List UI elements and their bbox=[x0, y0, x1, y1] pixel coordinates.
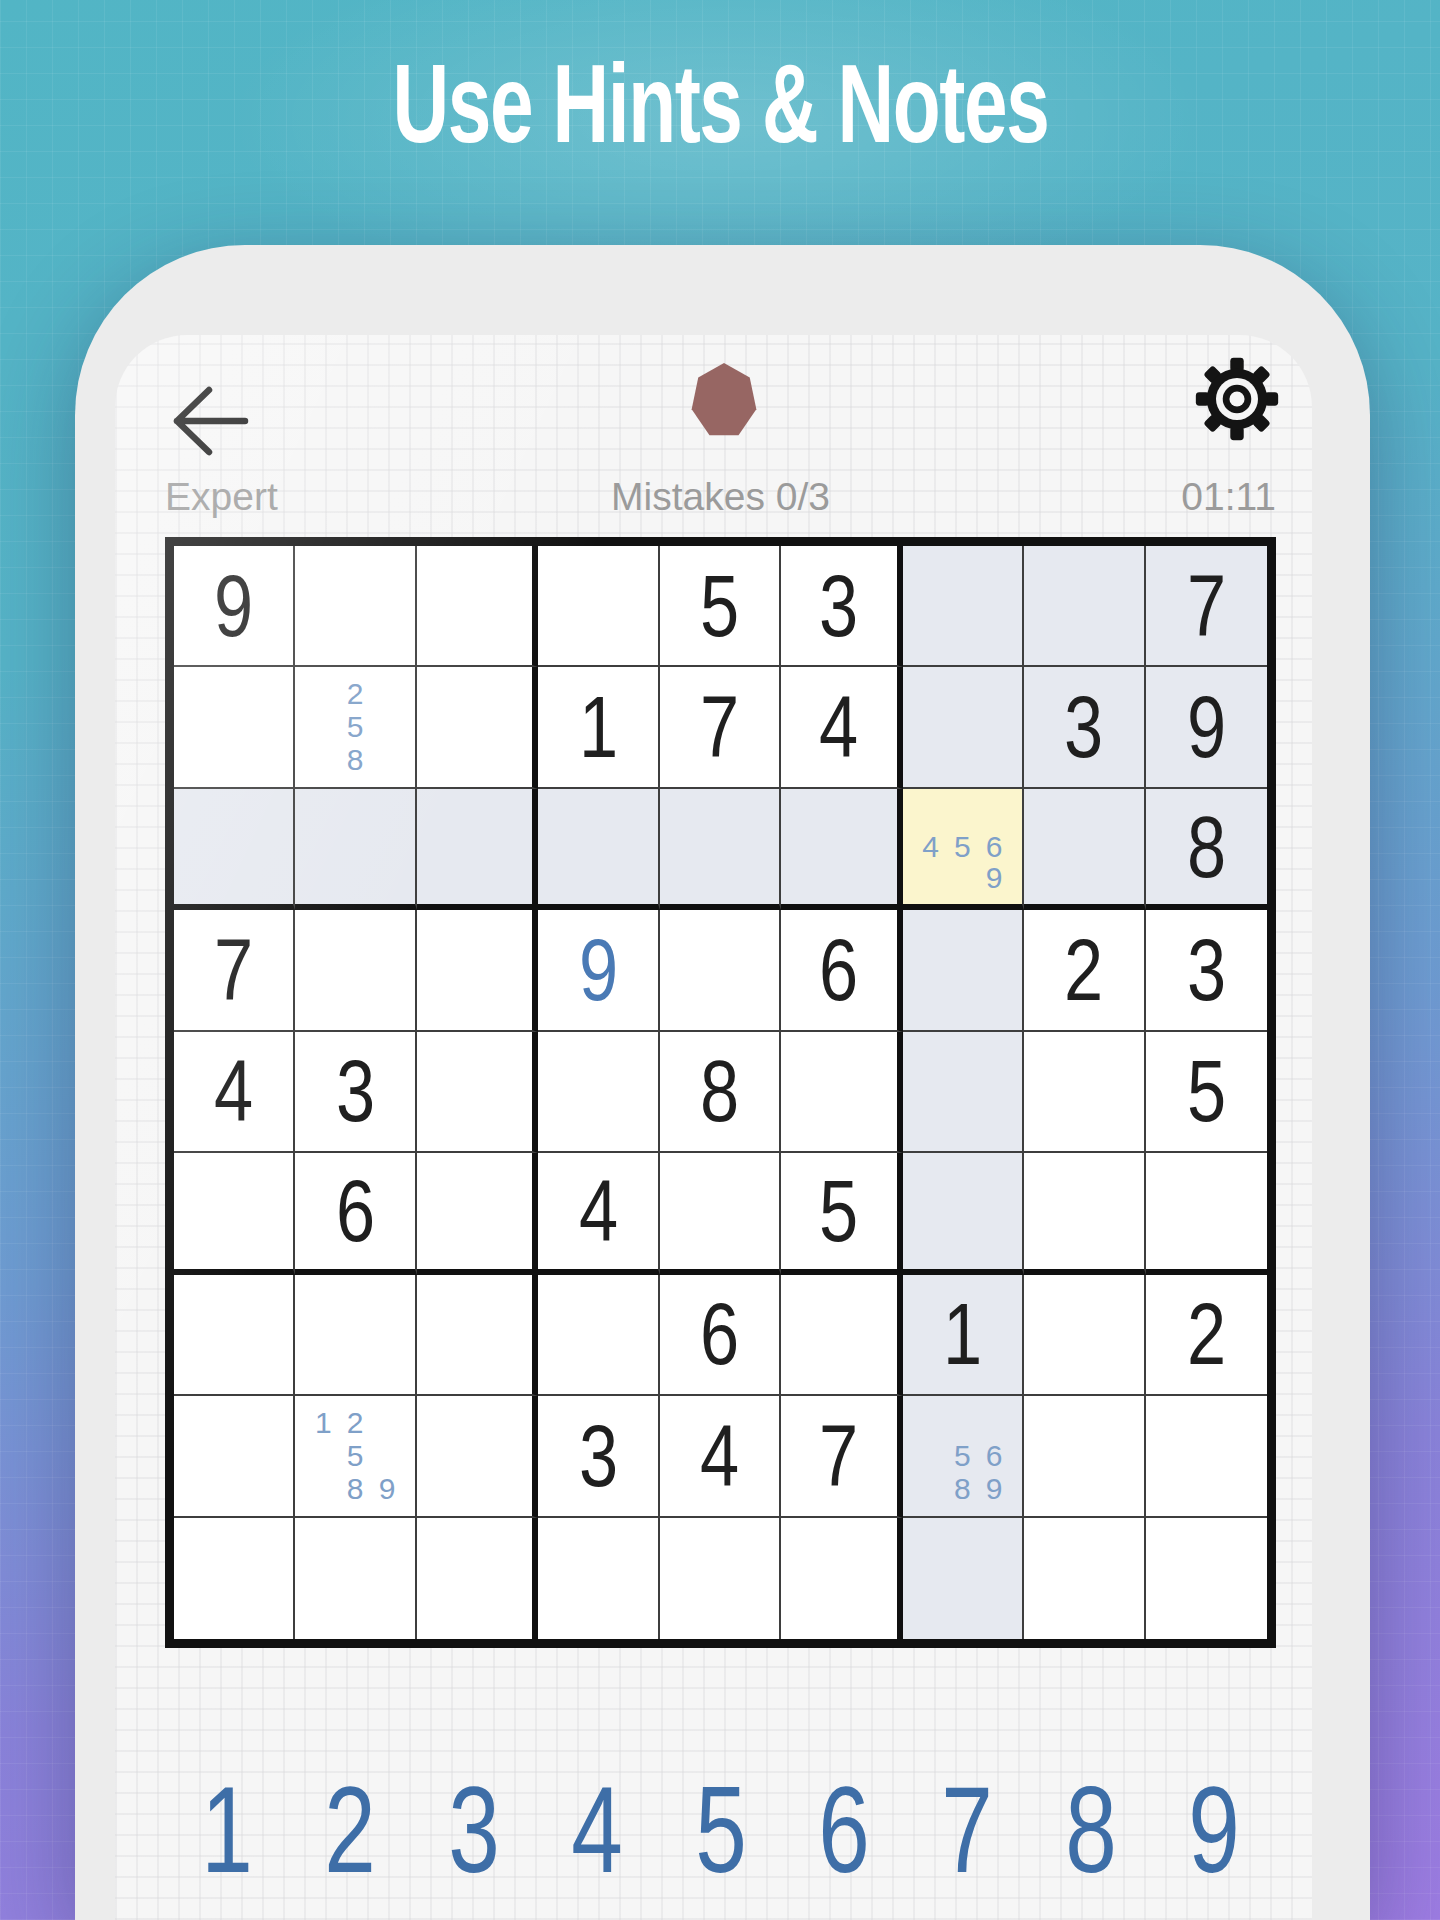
sudoku-cell-r4c8[interactable]: 2 bbox=[1024, 910, 1145, 1031]
numpad-digit: 3 bbox=[448, 1769, 500, 1891]
numpad-digit: 5 bbox=[695, 1769, 747, 1891]
numpad-digit: 7 bbox=[942, 1769, 994, 1891]
sudoku-cell-r2c9[interactable]: 9 bbox=[1146, 667, 1267, 788]
sudoku-cell-r8c5[interactable]: 4 bbox=[660, 1396, 781, 1517]
note-digit-8: 8 bbox=[339, 1472, 371, 1505]
sudoku-cell-r4c2[interactable] bbox=[295, 910, 416, 1031]
numpad-button-9[interactable]: 9 bbox=[1153, 1765, 1276, 1895]
status-bar: Expert Mistakes 0/3 01:11 bbox=[165, 475, 1276, 519]
sudoku-cell-r7c4[interactable] bbox=[538, 1275, 659, 1396]
cell-value-given: 5 bbox=[700, 562, 739, 650]
cell-value-given: 3 bbox=[819, 562, 858, 650]
cell-value-given: 7 bbox=[700, 683, 739, 771]
number-pad: 123456789 bbox=[165, 1765, 1276, 1895]
sudoku-cell-r7c1[interactable] bbox=[174, 1275, 295, 1396]
mistakes-counter: Mistakes 0/3 bbox=[165, 475, 1276, 519]
cell-value-given: 5 bbox=[819, 1167, 858, 1255]
sudoku-cell-r6c5[interactable] bbox=[660, 1153, 781, 1274]
note-digit-1: 1 bbox=[307, 1406, 339, 1439]
cell-notes: 12589 bbox=[295, 1396, 414, 1515]
sudoku-cell-r2c8[interactable]: 3 bbox=[1024, 667, 1145, 788]
numpad-button-2[interactable]: 2 bbox=[288, 1765, 411, 1895]
cell-value-given: 4 bbox=[819, 683, 858, 771]
sudoku-cell-r1c5[interactable]: 5 bbox=[660, 546, 781, 667]
sudoku-cell-r1c8[interactable] bbox=[1024, 546, 1145, 667]
page-title-text: Use Hints & Notes bbox=[392, 42, 1048, 165]
sudoku-cell-r8c6[interactable]: 7 bbox=[781, 1396, 902, 1517]
sudoku-cell-r4c7[interactable] bbox=[903, 910, 1024, 1031]
note-digit-8: 8 bbox=[339, 744, 371, 777]
sudoku-cell-r3c3[interactable] bbox=[417, 789, 538, 910]
cell-value-given: 4 bbox=[578, 1167, 617, 1255]
sudoku-cell-r1c1[interactable]: 9 bbox=[174, 546, 295, 667]
sudoku-cell-r3c7[interactable]: 4569 bbox=[903, 789, 1024, 910]
sudoku-cell-r5c4[interactable] bbox=[538, 1032, 659, 1153]
cell-value-user: 9 bbox=[578, 926, 617, 1014]
sudoku-cell-r4c9[interactable]: 3 bbox=[1146, 910, 1267, 1031]
phone-screen: Expert Mistakes 0/3 01:11 95372581743945… bbox=[115, 335, 1312, 1920]
settings-button[interactable] bbox=[1195, 357, 1279, 441]
sudoku-cell-r6c8[interactable] bbox=[1024, 1153, 1145, 1274]
sudoku-cell-r3c5[interactable] bbox=[660, 789, 781, 910]
sudoku-cell-r1c2[interactable] bbox=[295, 546, 416, 667]
sudoku-cell-r2c2[interactable]: 258 bbox=[295, 667, 416, 788]
sudoku-cell-r4c5[interactable] bbox=[660, 910, 781, 1031]
cell-value-given: 6 bbox=[819, 926, 858, 1014]
cell-value-given: 8 bbox=[1187, 803, 1226, 891]
sudoku-cell-r5c3[interactable] bbox=[417, 1032, 538, 1153]
sudoku-cell-r8c2[interactable]: 12589 bbox=[295, 1396, 416, 1517]
sudoku-cell-r3c9[interactable]: 8 bbox=[1146, 789, 1267, 910]
sudoku-cell-r3c1[interactable] bbox=[174, 789, 295, 910]
sudoku-cell-r2c5[interactable]: 7 bbox=[660, 667, 781, 788]
note-digit-9: 9 bbox=[978, 863, 1010, 895]
sudoku-cell-r9c1[interactable] bbox=[174, 1518, 295, 1639]
sudoku-cell-r5c5[interactable]: 8 bbox=[660, 1032, 781, 1153]
cell-notes: 4569 bbox=[903, 789, 1022, 904]
numpad-button-7[interactable]: 7 bbox=[906, 1765, 1029, 1895]
cell-notes: 258 bbox=[295, 667, 414, 786]
sudoku-cell-r4c3[interactable] bbox=[417, 910, 538, 1031]
cell-value-given: 6 bbox=[700, 1290, 739, 1378]
cell-notes: 5689 bbox=[903, 1396, 1022, 1515]
sudoku-cell-r9c3[interactable] bbox=[417, 1518, 538, 1639]
cell-value-given: 7 bbox=[214, 926, 253, 1014]
cell-value-given: 3 bbox=[1187, 926, 1226, 1014]
sudoku-cell-r9c5[interactable] bbox=[660, 1518, 781, 1639]
cell-value-given: 9 bbox=[1187, 683, 1226, 771]
sudoku-cell-r6c7[interactable] bbox=[903, 1153, 1024, 1274]
note-digit-2: 2 bbox=[339, 677, 371, 710]
cell-value-given: 9 bbox=[214, 562, 253, 650]
numpad-button-3[interactable]: 3 bbox=[412, 1765, 535, 1895]
sudoku-cell-r6c1[interactable] bbox=[174, 1153, 295, 1274]
sudoku-cell-r8c4[interactable]: 3 bbox=[538, 1396, 659, 1517]
sudoku-cell-r8c1[interactable] bbox=[174, 1396, 295, 1517]
gear-icon bbox=[1195, 357, 1279, 441]
cell-value-given: 7 bbox=[1187, 562, 1226, 650]
numpad-digit: 6 bbox=[818, 1769, 870, 1891]
sudoku-cell-r4c6[interactable]: 6 bbox=[781, 910, 902, 1031]
sudoku-cell-r7c3[interactable] bbox=[417, 1275, 538, 1396]
note-digit-9: 9 bbox=[371, 1472, 403, 1505]
sudoku-cell-r4c4[interactable]: 9 bbox=[538, 910, 659, 1031]
sudoku-cell-r9c7[interactable] bbox=[903, 1518, 1024, 1639]
sudoku-board: 9537258174394569879623438564561212589347… bbox=[165, 537, 1276, 1648]
sudoku-cell-r9c6[interactable] bbox=[781, 1518, 902, 1639]
sudoku-cell-r3c4[interactable] bbox=[538, 789, 659, 910]
sudoku-cell-r1c9[interactable]: 7 bbox=[1146, 546, 1267, 667]
sudoku-cell-r7c7[interactable]: 1 bbox=[903, 1275, 1024, 1396]
sudoku-cell-r6c3[interactable] bbox=[417, 1153, 538, 1274]
note-digit-6: 6 bbox=[978, 831, 1010, 863]
cell-value-given: 4 bbox=[700, 1412, 739, 1500]
sudoku-cell-r6c2[interactable]: 6 bbox=[295, 1153, 416, 1274]
numpad-button-5[interactable]: 5 bbox=[659, 1765, 782, 1895]
sudoku-cell-r7c9[interactable]: 2 bbox=[1146, 1275, 1267, 1396]
sudoku-cell-r5c6[interactable] bbox=[781, 1032, 902, 1153]
sudoku-cell-r8c7[interactable]: 5689 bbox=[903, 1396, 1024, 1517]
cell-value-given: 2 bbox=[1187, 1290, 1226, 1378]
sudoku-cell-r9c8[interactable] bbox=[1024, 1518, 1145, 1639]
sudoku-cell-r7c6[interactable] bbox=[781, 1275, 902, 1396]
phone-frame: Expert Mistakes 0/3 01:11 95372581743945… bbox=[75, 245, 1370, 1920]
note-digit-5: 5 bbox=[946, 831, 978, 863]
sudoku-cell-r3c2[interactable] bbox=[295, 789, 416, 910]
background: { "game": "sudoku", "header": { "title":… bbox=[0, 0, 1440, 1920]
cell-value-given: 3 bbox=[578, 1412, 617, 1500]
note-digit-2: 2 bbox=[339, 1406, 371, 1439]
cell-value-given: 1 bbox=[943, 1290, 982, 1378]
numpad-digit: 8 bbox=[1065, 1769, 1117, 1891]
numpad-button-8[interactable]: 8 bbox=[1029, 1765, 1152, 1895]
note-digit-8: 8 bbox=[946, 1472, 978, 1505]
page-title: Use Hints & Notes bbox=[0, 42, 1440, 165]
back-button[interactable] bbox=[167, 385, 251, 457]
sudoku-cell-r7c2[interactable] bbox=[295, 1275, 416, 1396]
numpad-button-4[interactable]: 4 bbox=[535, 1765, 658, 1895]
sudoku-cell-r1c3[interactable] bbox=[417, 546, 538, 667]
sudoku-cell-r5c2[interactable]: 3 bbox=[295, 1032, 416, 1153]
cell-value-given: 2 bbox=[1064, 926, 1103, 1014]
cell-value-given: 1 bbox=[578, 683, 617, 771]
back-arrow-icon bbox=[167, 385, 251, 457]
sudoku-cell-r6c4[interactable]: 4 bbox=[538, 1153, 659, 1274]
cell-value-given: 3 bbox=[336, 1047, 375, 1135]
note-digit-6: 6 bbox=[978, 1439, 1010, 1472]
cell-value-given: 3 bbox=[1064, 683, 1103, 771]
sudoku-cell-r5c1[interactable]: 4 bbox=[174, 1032, 295, 1153]
numpad-button-1[interactable]: 1 bbox=[165, 1765, 288, 1895]
sudoku-cell-r2c3[interactable] bbox=[417, 667, 538, 788]
sudoku-cell-r1c7[interactable] bbox=[903, 546, 1024, 667]
note-digit-4: 4 bbox=[915, 831, 947, 863]
sudoku-cell-r6c9[interactable] bbox=[1146, 1153, 1267, 1274]
sudoku-cell-r2c6[interactable]: 4 bbox=[781, 667, 902, 788]
numpad-digit: 1 bbox=[201, 1769, 253, 1891]
sudoku-cell-r7c8[interactable] bbox=[1024, 1275, 1145, 1396]
sudoku-cell-r2c4[interactable]: 1 bbox=[538, 667, 659, 788]
sudoku-cell-r9c9[interactable] bbox=[1146, 1518, 1267, 1639]
sudoku-cell-r1c4[interactable] bbox=[538, 546, 659, 667]
cell-value-given: 4 bbox=[214, 1047, 253, 1135]
sudoku-cell-r5c7[interactable] bbox=[903, 1032, 1024, 1153]
sudoku-cell-r8c3[interactable] bbox=[417, 1396, 538, 1517]
heptagon-logo-icon bbox=[691, 363, 757, 439]
sudoku-cell-r6c6[interactable]: 5 bbox=[781, 1153, 902, 1274]
cell-value-given: 5 bbox=[1187, 1047, 1226, 1135]
numpad-digit: 9 bbox=[1188, 1769, 1240, 1891]
sudoku-cell-r3c8[interactable] bbox=[1024, 789, 1145, 910]
sudoku-cell-r2c1[interactable] bbox=[174, 667, 295, 788]
note-digit-5: 5 bbox=[339, 1439, 371, 1472]
note-digit-5: 5 bbox=[339, 711, 371, 744]
sudoku-cell-r7c5[interactable]: 6 bbox=[660, 1275, 781, 1396]
note-digit-5: 5 bbox=[946, 1439, 978, 1472]
cell-value-given: 8 bbox=[700, 1047, 739, 1135]
sudoku-cell-r4c1[interactable]: 7 bbox=[174, 910, 295, 1031]
cell-value-given: 6 bbox=[336, 1167, 375, 1255]
numpad-digit: 4 bbox=[571, 1769, 623, 1891]
numpad-digit: 2 bbox=[324, 1769, 376, 1891]
sudoku-cell-r9c2[interactable] bbox=[295, 1518, 416, 1639]
cell-value-given: 7 bbox=[819, 1412, 858, 1500]
sudoku-cell-r5c8[interactable] bbox=[1024, 1032, 1145, 1153]
sudoku-cell-r2c7[interactable] bbox=[903, 667, 1024, 788]
sudoku-cell-r9c4[interactable] bbox=[538, 1518, 659, 1639]
sudoku-cell-r1c6[interactable]: 3 bbox=[781, 546, 902, 667]
numpad-button-6[interactable]: 6 bbox=[782, 1765, 905, 1895]
sudoku-cell-r8c8[interactable] bbox=[1024, 1396, 1145, 1517]
note-digit-9: 9 bbox=[978, 1472, 1010, 1505]
sudoku-cell-r8c9[interactable] bbox=[1146, 1396, 1267, 1517]
sudoku-cell-r3c6[interactable] bbox=[781, 789, 902, 910]
sudoku-cell-r5c9[interactable]: 5 bbox=[1146, 1032, 1267, 1153]
